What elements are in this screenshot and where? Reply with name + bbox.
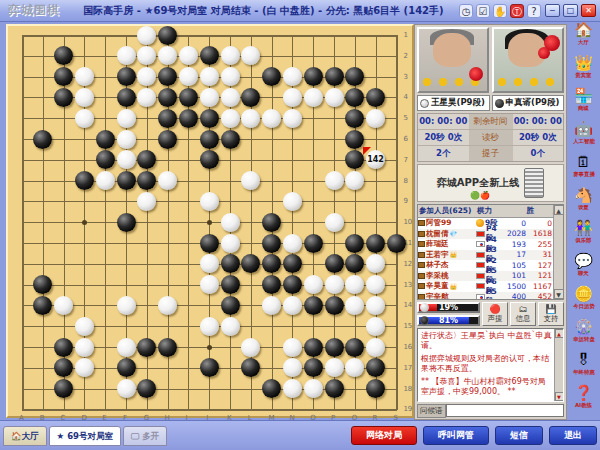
rail-item-label: 人工智能 [573,138,595,143]
participant-losses: 31 [526,250,552,259]
status-line: 进行状态〉王星昊`执白 中盘胜`申真谞。 [421,331,553,351]
black-stone [262,67,281,86]
black-byoyomi: 20秒 0次 [513,130,564,145]
participant-wins: 1500 [500,282,526,291]
people-icon: 👫 [574,220,593,237]
rail-item-label: 聊天 [575,270,592,275]
退出-button[interactable]: 退出 [549,426,597,445]
rail-item-聊天[interactable]: 💬聊天 [574,253,593,286]
black-stone [304,296,323,315]
white-stone [158,171,177,190]
scroll-up-icon[interactable]: ▲ [554,205,564,215]
black-stone [137,338,156,357]
wheel-icon: 🎡 [572,319,596,336]
participant-wins: 193 [500,240,526,249]
white-byoyomi: 20秒 0次 [418,130,469,145]
black-stone [366,358,385,377]
white-stone [325,358,344,377]
white-stone [283,296,302,315]
board-grid: A1B2C3D4E5F6G7H8I9J10K11L12M13N14O15P16Q… [8,26,412,416]
chat-bubbles-icon: 💬 [574,253,593,270]
row-label: 5 [403,114,407,122]
rail-item-商城[interactable]: 🏪商城 [574,88,593,121]
black-stone [241,358,260,377]
white-stone [345,296,364,315]
row-label: 1 [403,31,407,39]
black-stone [325,338,344,357]
black-stone [96,130,115,149]
app-logo: 弈城围棋 [0,2,68,19]
player-photos [417,27,564,93]
black-stone [158,109,177,128]
支持-button[interactable]: 💾支持 [538,302,564,326]
black-remaining-time: 00: 00: 00 [513,114,564,129]
white-stone [200,275,219,294]
white-captures: 2个 [418,146,469,161]
white-stone [241,46,260,65]
last-move-stone: 142 [366,150,385,169]
black-stone [345,67,364,86]
black-stone [117,213,136,232]
participant-name: 林子杰 [418,260,476,270]
coins-icon: 🪙 [572,286,596,303]
black-stone [325,379,344,398]
byoyomi-label: 读秒 [469,130,513,145]
horse-icon: 🐴 [574,187,593,204]
white-stone [304,275,323,294]
white-stone [241,171,260,190]
white-stone [158,46,177,65]
rail-item-设置[interactable]: 🐴设置 [574,187,593,220]
black-stone [387,234,406,253]
black-stone [366,379,385,398]
participant-row[interactable]: 宇辛航P5段400452 [418,292,563,301]
black-stone [221,275,240,294]
white-stone [221,46,240,65]
black-stone [345,130,364,149]
black-stone [241,254,260,273]
white-stone [200,317,219,336]
white-stone [325,171,344,190]
briefcase-icon [418,283,425,289]
status-line: 根据弈城规则及对局者的认可，本结果将不再反置。 [421,354,553,374]
black-stone [117,88,136,107]
white-stone [325,275,344,294]
clock-icon[interactable]: ◷ [459,4,473,18]
rail-item-AI教练[interactable]: ❓AI教练 [574,385,593,418]
black-stone [200,109,219,128]
black-stone [366,234,385,253]
white-stone [262,109,281,128]
white-stone [117,109,136,128]
briefcase-icon [418,273,425,279]
white-stone [283,88,302,107]
black-player-name-box: 申真谞(P9段) [492,95,565,111]
white-stone [283,192,302,211]
black-stone [33,130,52,149]
participant-wins: 105 [500,261,526,270]
participant-rank: P5段 [476,287,500,300]
medal-icon: 🎖 [572,352,596,369]
board-line [22,409,397,411]
rail-item-label: 赛事直播 [573,171,595,176]
row-label: 3 [403,73,407,81]
white-stone [117,150,136,169]
white-stone [283,379,302,398]
window-title: 国际高手房 - ★69号对局室 对局结束 - (白 中盘胜) - 分先: 黑贴6… [68,4,459,18]
black-stone [283,275,302,294]
black-stone [54,88,73,107]
black-stone [200,46,219,65]
participants-count: 参加人员(625) [418,205,476,217]
black-stone [221,296,240,315]
black-stone [158,26,177,45]
white-stone-icon [420,99,429,108]
report-icon[interactable]: Ⓣ [510,4,524,18]
black-stone [345,234,364,253]
titlebar-icons: ◷☑✋Ⓣ? [459,4,545,18]
tab-69号对局室[interactable]: ★ 69号对局室 [49,426,121,446]
white-stone [75,358,94,377]
white-stone [325,213,344,232]
black-stone [325,67,344,86]
black-stone [283,254,302,273]
star-point [207,220,212,225]
button-icon: 🔴 [483,304,507,314]
black-stone [75,171,94,190]
house-icon: 🏠 [574,22,593,39]
rail-item-幸运转盘[interactable]: 🎡幸运转盘 [572,319,596,352]
briefcase-icon [418,220,425,226]
app-banner[interactable]: 弈城APP全新上线 🟢🍎 [417,164,564,202]
row-label: 19 [403,405,412,413]
black-stone [117,171,136,190]
participant-losses: 0 [526,219,552,228]
black-stone [262,213,281,232]
button-icon: 🗂 [511,304,535,314]
white-stone [75,88,94,107]
calendar-icon: 🗓 [572,154,596,171]
crown-icon: 👑 [574,55,593,72]
korea-flag-icon [476,294,485,300]
participant-list-header: 参加人员(625) 棋力 胜 败 [418,205,563,218]
white-stone [366,254,385,273]
black-stone [179,88,198,107]
banner-text: 弈城APP全新上线 [437,176,519,190]
white-stone [283,67,302,86]
close-button[interactable]: ✕ [581,4,596,17]
white-player-photo [417,27,489,93]
black-stone [54,46,73,65]
black-stone [345,254,364,273]
rail-item-label: 幸运转盘 [573,336,595,341]
white-stone [54,296,73,315]
black-stone [345,338,364,357]
white-stone [283,358,302,377]
black-stone [366,88,385,107]
white-stone [325,88,344,107]
clock-panel: 00: 00: 00 剩余时间 00: 00: 00 20秒 0次 读秒 20秒… [417,113,564,162]
column-strength: 棋力 [476,205,509,217]
rail-item-贵宾室[interactable]: 👑贵宾室 [574,55,593,88]
scroll-up-icon[interactable]: ▲ [555,329,564,338]
white-stone [137,88,156,107]
white-stone [241,109,260,128]
button-label: 声援 [488,314,503,323]
white-stone [117,296,136,315]
row-label: 6 [403,135,407,143]
briefcase-icon [418,294,425,300]
rail-item-label: 大厅 [575,39,592,44]
white-stone [221,234,240,253]
scroll-down-icon[interactable]: ▼ [554,289,564,299]
white-stone [221,109,240,128]
rail-item-label: 俱乐部 [575,237,592,242]
white-stone [366,296,385,315]
participant-wins: 17 [500,250,526,259]
white-winrate-bar: 19% [417,302,480,313]
black-stone [54,379,73,398]
white-stone [304,379,323,398]
participant-wins: 0 [500,219,526,228]
rail-item-俱乐部[interactable]: 👫俱乐部 [574,220,593,253]
participant-losses: 1167 [526,282,552,291]
row-label: 16 [403,343,412,351]
white-stone [117,338,136,357]
help-icon[interactable]: ? [527,4,541,18]
white-stone [137,67,156,86]
briefcase-icon [418,241,425,247]
rail-item-label: 年终特惠 [573,369,595,374]
scroll-down-icon[interactable]: ▼ [555,392,564,401]
black-stone [345,88,364,107]
rail-item-赛事直播[interactable]: 🗓赛事直播 [572,154,596,187]
white-stone [75,109,94,128]
black-stone [221,130,240,149]
row-label: 15 [403,322,412,330]
white-player-name: 王星昊(P9段) [431,97,485,109]
white-stone [283,234,302,253]
white-stone [366,317,385,336]
rail-item-label: 贵宾室 [575,72,592,77]
black-stone [33,275,52,294]
black-stone [262,254,281,273]
briefcase-icon [418,252,425,258]
短信-button[interactable]: 短信 [495,426,543,445]
black-stone [54,67,73,86]
participant-losses: 127 [526,261,552,270]
white-stone [345,171,364,190]
white-player-name-box: 王星昊(P9段) [417,95,490,111]
black-stone [325,296,344,315]
white-stone [241,338,260,357]
black-stone [54,358,73,377]
white-stone [221,88,240,107]
participant-list[interactable]: 参加人员(625) 棋力 胜 败 阿管999段00枕留倩💎P4段20281618… [417,204,564,300]
button-label: 支持 [544,314,559,323]
participant-wins: 400 [500,292,526,300]
black-stone [304,358,323,377]
chat-input[interactable] [446,404,565,417]
rail-item-人工智能[interactable]: 🤖人工智能 [572,121,596,154]
diamond-icon: 💎 [450,230,458,237]
white-stone [179,46,198,65]
white-remaining-time: 00: 00: 00 [418,114,469,129]
row-label: 17 [403,364,412,372]
white-stone [304,88,323,107]
black-stone [345,150,364,169]
participant-name: 枕留倩💎 [418,229,476,239]
black-stone [262,275,281,294]
呼叫网管-button[interactable]: 呼叫网管 [423,426,489,445]
black-winrate-value: 81% [419,316,478,325]
black-stone [325,254,344,273]
crown-icon: 👑 [450,283,458,290]
black-stone [200,130,219,149]
maximize-button[interactable]: □ [563,4,578,17]
white-stone [345,275,364,294]
white-stone [283,338,302,357]
black-stone [33,296,52,315]
rail-item-年终特惠[interactable]: 🎖年终特惠 [572,352,596,385]
white-stone [200,192,219,211]
avatar [433,33,471,67]
board-line [396,35,398,410]
participant-wins: 101 [500,271,526,280]
rail-item-label: 设置 [575,204,592,209]
black-stone [200,358,219,377]
black-stone [158,67,177,86]
game-sidebar: 王星昊(P9段) 申真谞(P9段) 00: 00: 00 剩余时间 00: 00… [414,24,567,420]
android-apple-icons: 🟢🍎 [470,191,490,200]
right-icon-rail: 🏠大厅👑贵宾室🏪商城🤖人工智能🗓赛事直播🐴设置👫俱乐部💬聊天🪙今日运势🎡幸运转盘… [567,22,600,420]
participant-name: 辛昊童👑 [418,281,476,291]
black-winrate-bar: 81% [417,315,480,326]
black-stone [304,338,323,357]
white-stone [221,317,240,336]
rail-item-label: 商城 [575,105,592,110]
rail-item-今日运势[interactable]: 🪙今日运势 [572,286,596,319]
white-stone [75,338,94,357]
black-stone [137,379,156,398]
greeting-label[interactable]: 问候语 [417,404,446,418]
white-stone [221,67,240,86]
row-label: 8 [403,177,407,185]
robot-icon: 🤖 [572,121,596,138]
rail-item-label: AI教练 [575,402,592,407]
calendar-check-icon[interactable]: ☑ [476,4,490,18]
black-stone [221,254,240,273]
participant-name: 薛瑞廷 [418,239,476,249]
white-stone [200,67,219,86]
white-stone [75,317,94,336]
row-label: 10 [403,218,412,226]
black-stone [117,358,136,377]
button-icon: 💾 [539,304,563,314]
shop-icon: 🏪 [574,88,593,105]
声援-button[interactable]: 🔴声援 [482,302,508,326]
white-stone [117,130,136,149]
rail-item-大厅[interactable]: 🏠大厅 [574,22,593,55]
white-stone [262,296,281,315]
hand-icon[interactable]: ✋ [493,4,507,18]
black-captures: 0个 [513,146,564,161]
remaining-time-label: 剩余时间 [469,114,513,129]
rose-decoration [469,67,483,81]
white-stone [221,213,240,232]
tab-大厅[interactable]: 🏠大厅 [3,426,47,446]
white-stone [75,67,94,86]
minimize-button[interactable]: ─ [545,4,560,17]
status-scrollbar[interactable]: ▲ ▼ [554,329,563,401]
title-bar: 弈城围棋 国际高手房 - ★69号对局室 对局结束 - (白 中盘胜) - 分先… [0,0,600,22]
participant-losses: 452 [526,292,552,300]
briefcase-icon [418,231,425,237]
white-stone [158,296,177,315]
participant-scrollbar[interactable]: ▲ ▼ [553,205,563,299]
white-stone [137,192,156,211]
black-stone [158,130,177,149]
korea-flag-icon [476,241,485,247]
move-number-label: 142 [366,155,385,164]
white-stone [200,254,219,273]
black-stone [158,88,177,107]
participant-name: 王若宇👑 [418,250,476,260]
phone-icon [524,168,544,198]
black-stone [158,338,177,357]
participant-name: 宇辛航 [418,292,476,300]
white-stone [345,358,364,377]
game-status-box[interactable]: 进行状态〉王星昊`执白 中盘胜`申真谞。根据弈城规则及对局者的认可，本结果将不再… [417,328,564,402]
网络对局-button[interactable]: 网络对局 [351,426,417,445]
tab-多开[interactable]: 🖵 多开 [123,426,167,446]
white-stone [283,109,302,128]
black-stone [96,150,115,169]
white-stone [117,379,136,398]
participant-losses: 1618 [526,229,552,238]
white-stone [366,338,385,357]
black-stone [200,234,219,253]
row-label: 4 [403,93,407,101]
go-board[interactable]: A1B2C3D4E5F6G7H8I9J10K11L12M13N14O15P16Q… [6,24,414,418]
black-stone [304,234,323,253]
black-stone [179,109,198,128]
white-stone [200,88,219,107]
信息-button[interactable]: 🗂信息 [510,302,536,326]
row-label: 14 [403,301,412,309]
row-label: 13 [403,281,412,289]
row-label: 2 [403,52,407,60]
black-stone [241,88,260,107]
black-stone [137,150,156,169]
briefcase-icon [418,262,425,268]
row-label: 7 [403,156,407,164]
participant-losses: 121 [526,271,552,280]
row-label: 18 [403,385,412,393]
row-label: 12 [403,260,412,268]
black-stone [137,171,156,190]
black-stone [117,67,136,86]
white-stone [366,275,385,294]
participant-wins: 2028 [500,229,526,238]
button-label: 信息 [516,314,531,323]
white-stone [179,67,198,86]
black-player-name: 申真谞(P9段) [506,97,560,109]
white-winrate-value: 19% [419,303,478,312]
black-stone [345,109,364,128]
star-point [82,220,87,225]
black-stone-icon [495,99,504,108]
